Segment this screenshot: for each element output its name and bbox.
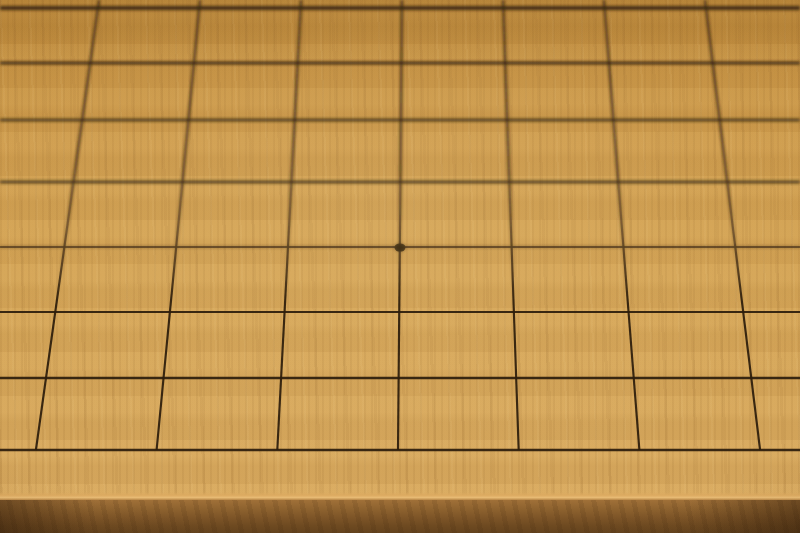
goban-photo [0,0,800,533]
grid-out-of-focus-layer [0,0,800,450]
go-board[interactable] [0,0,800,533]
